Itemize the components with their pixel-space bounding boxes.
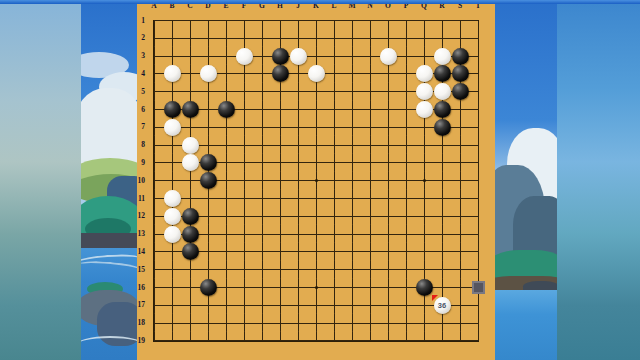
intersection-F15[interactable] xyxy=(235,261,253,279)
intersection-A6[interactable] xyxy=(145,101,163,119)
intersection-M8[interactable] xyxy=(343,136,361,154)
intersection-A3[interactable] xyxy=(145,47,163,65)
intersection-R16[interactable] xyxy=(433,279,451,297)
intersection-O12[interactable] xyxy=(379,207,397,225)
intersection-J4[interactable] xyxy=(289,65,307,83)
intersection-D18[interactable] xyxy=(199,314,217,332)
intersection-K17[interactable] xyxy=(307,296,325,314)
intersection-S2[interactable] xyxy=(451,29,469,47)
intersection-Q13[interactable] xyxy=(415,225,433,243)
intersection-Q18[interactable] xyxy=(415,314,433,332)
intersection-S9[interactable] xyxy=(451,154,469,172)
intersection-L11[interactable] xyxy=(325,190,343,208)
intersection-P9[interactable] xyxy=(397,154,415,172)
intersection-T14[interactable] xyxy=(469,243,487,261)
intersection-T5[interactable] xyxy=(469,83,487,101)
intersection-O7[interactable] xyxy=(379,118,397,136)
intersection-T18[interactable] xyxy=(469,314,487,332)
intersection-A2[interactable] xyxy=(145,29,163,47)
intersection-C10[interactable] xyxy=(181,172,199,190)
intersection-G5[interactable] xyxy=(253,83,271,101)
intersection-G19[interactable] xyxy=(253,332,271,350)
intersection-S12[interactable] xyxy=(451,207,469,225)
intersection-E10[interactable] xyxy=(217,172,235,190)
intersection-L13[interactable] xyxy=(325,225,343,243)
intersection-E3[interactable] xyxy=(217,47,235,65)
intersection-J16[interactable] xyxy=(289,279,307,297)
intersection-H6[interactable] xyxy=(271,101,289,119)
intersection-J2[interactable] xyxy=(289,29,307,47)
intersection-R4[interactable] xyxy=(433,65,451,83)
intersection-K15[interactable] xyxy=(307,261,325,279)
intersection-Q9[interactable] xyxy=(415,154,433,172)
intersection-F2[interactable] xyxy=(235,29,253,47)
intersection-L6[interactable] xyxy=(325,101,343,119)
intersection-E7[interactable] xyxy=(217,118,235,136)
intersection-H4[interactable] xyxy=(271,65,289,83)
intersection-H17[interactable] xyxy=(271,296,289,314)
intersection-H12[interactable] xyxy=(271,207,289,225)
intersection-G10[interactable] xyxy=(253,172,271,190)
intersection-H11[interactable] xyxy=(271,190,289,208)
intersection-J7[interactable] xyxy=(289,118,307,136)
intersection-N7[interactable] xyxy=(361,118,379,136)
intersection-P11[interactable] xyxy=(397,190,415,208)
intersection-D16[interactable] xyxy=(199,279,217,297)
intersection-B6[interactable] xyxy=(163,101,181,119)
intersection-R8[interactable] xyxy=(433,136,451,154)
intersection-F12[interactable] xyxy=(235,207,253,225)
intersection-C17[interactable] xyxy=(181,296,199,314)
intersection-C7[interactable] xyxy=(181,118,199,136)
intersection-R17[interactable]: 36 xyxy=(433,296,451,314)
intersection-O17[interactable] xyxy=(379,296,397,314)
intersection-G2[interactable] xyxy=(253,29,271,47)
intersection-D5[interactable] xyxy=(199,83,217,101)
intersection-A10[interactable] xyxy=(145,172,163,190)
intersection-D10[interactable] xyxy=(199,172,217,190)
intersection-J13[interactable] xyxy=(289,225,307,243)
intersection-F6[interactable] xyxy=(235,101,253,119)
intersection-D14[interactable] xyxy=(199,243,217,261)
intersection-N15[interactable] xyxy=(361,261,379,279)
intersection-Q4[interactable] xyxy=(415,65,433,83)
intersection-M19[interactable] xyxy=(343,332,361,350)
intersection-J5[interactable] xyxy=(289,83,307,101)
intersection-L10[interactable] xyxy=(325,172,343,190)
intersection-Q3[interactable] xyxy=(415,47,433,65)
intersection-K19[interactable] xyxy=(307,332,325,350)
intersection-C1[interactable] xyxy=(181,12,199,30)
intersection-Q19[interactable] xyxy=(415,332,433,350)
intersection-T6[interactable] xyxy=(469,101,487,119)
intersection-J1[interactable] xyxy=(289,12,307,30)
intersection-E2[interactable] xyxy=(217,29,235,47)
intersection-T2[interactable] xyxy=(469,29,487,47)
intersection-L8[interactable] xyxy=(325,136,343,154)
intersection-J9[interactable] xyxy=(289,154,307,172)
intersection-E9[interactable] xyxy=(217,154,235,172)
intersection-D13[interactable] xyxy=(199,225,217,243)
intersection-S19[interactable] xyxy=(451,332,469,350)
intersection-O16[interactable] xyxy=(379,279,397,297)
intersection-O10[interactable] xyxy=(379,172,397,190)
intersection-C4[interactable] xyxy=(181,65,199,83)
intersection-N5[interactable] xyxy=(361,83,379,101)
intersection-S17[interactable] xyxy=(451,296,469,314)
intersection-C8[interactable] xyxy=(181,136,199,154)
intersection-C3[interactable] xyxy=(181,47,199,65)
intersection-L16[interactable] xyxy=(325,279,343,297)
intersection-O19[interactable] xyxy=(379,332,397,350)
intersection-P2[interactable] xyxy=(397,29,415,47)
intersection-G9[interactable] xyxy=(253,154,271,172)
intersection-E14[interactable] xyxy=(217,243,235,261)
intersection-E5[interactable] xyxy=(217,83,235,101)
intersection-A13[interactable] xyxy=(145,225,163,243)
intersection-Q8[interactable] xyxy=(415,136,433,154)
intersection-L1[interactable] xyxy=(325,12,343,30)
intersection-R10[interactable] xyxy=(433,172,451,190)
intersection-P14[interactable] xyxy=(397,243,415,261)
intersection-A18[interactable] xyxy=(145,314,163,332)
intersection-N19[interactable] xyxy=(361,332,379,350)
intersection-B13[interactable] xyxy=(163,225,181,243)
intersection-R15[interactable] xyxy=(433,261,451,279)
intersection-C11[interactable] xyxy=(181,190,199,208)
intersection-C2[interactable] xyxy=(181,29,199,47)
intersection-C15[interactable] xyxy=(181,261,199,279)
intersection-L15[interactable] xyxy=(325,261,343,279)
intersection-N6[interactable] xyxy=(361,101,379,119)
intersection-G6[interactable] xyxy=(253,101,271,119)
intersection-B15[interactable] xyxy=(163,261,181,279)
intersection-D15[interactable] xyxy=(199,261,217,279)
intersection-L3[interactable] xyxy=(325,47,343,65)
intersection-P17[interactable] xyxy=(397,296,415,314)
intersection-Q16[interactable] xyxy=(415,279,433,297)
intersection-F13[interactable] xyxy=(235,225,253,243)
intersection-S13[interactable] xyxy=(451,225,469,243)
intersection-P7[interactable] xyxy=(397,118,415,136)
intersection-A15[interactable] xyxy=(145,261,163,279)
intersection-C16[interactable] xyxy=(181,279,199,297)
intersection-C5[interactable] xyxy=(181,83,199,101)
intersection-A4[interactable] xyxy=(145,65,163,83)
intersection-L17[interactable] xyxy=(325,296,343,314)
intersection-M18[interactable] xyxy=(343,314,361,332)
intersection-K3[interactable] xyxy=(307,47,325,65)
intersection-H3[interactable] xyxy=(271,47,289,65)
intersection-B2[interactable] xyxy=(163,29,181,47)
intersection-B19[interactable] xyxy=(163,332,181,350)
intersection-G7[interactable] xyxy=(253,118,271,136)
intersection-T19[interactable] xyxy=(469,332,487,350)
intersection-D4[interactable] xyxy=(199,65,217,83)
intersection-N12[interactable] xyxy=(361,207,379,225)
intersection-S14[interactable] xyxy=(451,243,469,261)
intersection-P19[interactable] xyxy=(397,332,415,350)
intersection-P12[interactable] xyxy=(397,207,415,225)
intersection-K4[interactable] xyxy=(307,65,325,83)
intersection-D7[interactable] xyxy=(199,118,217,136)
intersection-G16[interactable] xyxy=(253,279,271,297)
intersection-G18[interactable] xyxy=(253,314,271,332)
intersection-J6[interactable] xyxy=(289,101,307,119)
intersection-G4[interactable] xyxy=(253,65,271,83)
intersection-N4[interactable] xyxy=(361,65,379,83)
intersection-D11[interactable] xyxy=(199,190,217,208)
intersection-E15[interactable] xyxy=(217,261,235,279)
intersection-O11[interactable] xyxy=(379,190,397,208)
intersection-S15[interactable] xyxy=(451,261,469,279)
intersection-P3[interactable] xyxy=(397,47,415,65)
intersection-J18[interactable] xyxy=(289,314,307,332)
intersection-R7[interactable] xyxy=(433,118,451,136)
intersection-B17[interactable] xyxy=(163,296,181,314)
intersection-H15[interactable] xyxy=(271,261,289,279)
intersection-T11[interactable] xyxy=(469,190,487,208)
intersection-N9[interactable] xyxy=(361,154,379,172)
intersection-A16[interactable] xyxy=(145,279,163,297)
intersection-B4[interactable] xyxy=(163,65,181,83)
intersection-H5[interactable] xyxy=(271,83,289,101)
intersection-F5[interactable] xyxy=(235,83,253,101)
intersection-B1[interactable] xyxy=(163,12,181,30)
intersection-O8[interactable] xyxy=(379,136,397,154)
intersection-F16[interactable] xyxy=(235,279,253,297)
intersection-E8[interactable] xyxy=(217,136,235,154)
intersection-H7[interactable] xyxy=(271,118,289,136)
intersection-M2[interactable] xyxy=(343,29,361,47)
intersection-S8[interactable] xyxy=(451,136,469,154)
intersection-D6[interactable] xyxy=(199,101,217,119)
intersection-L5[interactable] xyxy=(325,83,343,101)
intersection-D19[interactable] xyxy=(199,332,217,350)
intersection-L7[interactable] xyxy=(325,118,343,136)
intersection-M15[interactable] xyxy=(343,261,361,279)
intersection-O9[interactable] xyxy=(379,154,397,172)
intersection-H18[interactable] xyxy=(271,314,289,332)
intersection-C18[interactable] xyxy=(181,314,199,332)
intersection-K12[interactable] xyxy=(307,207,325,225)
intersection-P18[interactable] xyxy=(397,314,415,332)
intersection-F17[interactable] xyxy=(235,296,253,314)
intersection-N10[interactable] xyxy=(361,172,379,190)
intersection-G8[interactable] xyxy=(253,136,271,154)
intersection-M3[interactable] xyxy=(343,47,361,65)
intersection-D3[interactable] xyxy=(199,47,217,65)
intersection-R3[interactable] xyxy=(433,47,451,65)
intersection-N2[interactable] xyxy=(361,29,379,47)
intersection-F8[interactable] xyxy=(235,136,253,154)
intersection-E11[interactable] xyxy=(217,190,235,208)
intersection-A14[interactable] xyxy=(145,243,163,261)
intersection-B10[interactable] xyxy=(163,172,181,190)
intersection-T3[interactable] xyxy=(469,47,487,65)
intersection-A1[interactable] xyxy=(145,12,163,30)
intersection-K7[interactable] xyxy=(307,118,325,136)
intersection-P8[interactable] xyxy=(397,136,415,154)
intersection-K1[interactable] xyxy=(307,12,325,30)
intersection-F11[interactable] xyxy=(235,190,253,208)
intersection-P1[interactable] xyxy=(397,12,415,30)
intersection-A7[interactable] xyxy=(145,118,163,136)
intersection-O1[interactable] xyxy=(379,12,397,30)
intersection-B5[interactable] xyxy=(163,83,181,101)
intersection-M16[interactable] xyxy=(343,279,361,297)
intersection-Q1[interactable] xyxy=(415,12,433,30)
intersection-E12[interactable] xyxy=(217,207,235,225)
intersection-K10[interactable] xyxy=(307,172,325,190)
intersection-L14[interactable] xyxy=(325,243,343,261)
intersection-T10[interactable] xyxy=(469,172,487,190)
intersection-T13[interactable] xyxy=(469,225,487,243)
intersection-R12[interactable] xyxy=(433,207,451,225)
intersection-B16[interactable] xyxy=(163,279,181,297)
intersection-O3[interactable] xyxy=(379,47,397,65)
intersection-C13[interactable] xyxy=(181,225,199,243)
intersection-F3[interactable] xyxy=(235,47,253,65)
intersection-M17[interactable] xyxy=(343,296,361,314)
intersection-B18[interactable] xyxy=(163,314,181,332)
intersection-N8[interactable] xyxy=(361,136,379,154)
intersection-A5[interactable] xyxy=(145,83,163,101)
intersection-S4[interactable] xyxy=(451,65,469,83)
intersection-S16[interactable] xyxy=(451,279,469,297)
intersection-Q7[interactable] xyxy=(415,118,433,136)
intersection-R18[interactable] xyxy=(433,314,451,332)
intersection-A19[interactable] xyxy=(145,332,163,350)
intersection-T4[interactable] xyxy=(469,65,487,83)
intersection-E19[interactable] xyxy=(217,332,235,350)
intersection-K11[interactable] xyxy=(307,190,325,208)
intersection-S11[interactable] xyxy=(451,190,469,208)
intersection-R1[interactable] xyxy=(433,12,451,30)
intersection-K13[interactable] xyxy=(307,225,325,243)
intersection-L4[interactable] xyxy=(325,65,343,83)
intersection-B11[interactable] xyxy=(163,190,181,208)
intersection-R6[interactable] xyxy=(433,101,451,119)
intersection-T15[interactable] xyxy=(469,261,487,279)
intersection-N16[interactable] xyxy=(361,279,379,297)
intersection-O6[interactable] xyxy=(379,101,397,119)
intersection-M12[interactable] xyxy=(343,207,361,225)
intersection-Q11[interactable] xyxy=(415,190,433,208)
intersection-B7[interactable] xyxy=(163,118,181,136)
intersection-R9[interactable] xyxy=(433,154,451,172)
intersection-B3[interactable] xyxy=(163,47,181,65)
intersection-S10[interactable] xyxy=(451,172,469,190)
intersection-C14[interactable] xyxy=(181,243,199,261)
intersection-K8[interactable] xyxy=(307,136,325,154)
intersection-N13[interactable] xyxy=(361,225,379,243)
intersection-S5[interactable] xyxy=(451,83,469,101)
intersection-E18[interactable] xyxy=(217,314,235,332)
intersection-B14[interactable] xyxy=(163,243,181,261)
intersection-A11[interactable] xyxy=(145,190,163,208)
intersection-C9[interactable] xyxy=(181,154,199,172)
intersection-T17[interactable] xyxy=(469,296,487,314)
intersection-H9[interactable] xyxy=(271,154,289,172)
intersection-P5[interactable] xyxy=(397,83,415,101)
intersection-H2[interactable] xyxy=(271,29,289,47)
intersection-E16[interactable] xyxy=(217,279,235,297)
intersection-K18[interactable] xyxy=(307,314,325,332)
intersection-D8[interactable] xyxy=(199,136,217,154)
intersection-J19[interactable] xyxy=(289,332,307,350)
intersection-E1[interactable] xyxy=(217,12,235,30)
intersection-N3[interactable] xyxy=(361,47,379,65)
intersection-R5[interactable] xyxy=(433,83,451,101)
intersection-D17[interactable] xyxy=(199,296,217,314)
intersection-O2[interactable] xyxy=(379,29,397,47)
intersection-R14[interactable] xyxy=(433,243,451,261)
intersection-G3[interactable] xyxy=(253,47,271,65)
intersection-G13[interactable] xyxy=(253,225,271,243)
intersection-S3[interactable] xyxy=(451,47,469,65)
intersection-B8[interactable] xyxy=(163,136,181,154)
intersection-G11[interactable] xyxy=(253,190,271,208)
intersection-D1[interactable] xyxy=(199,12,217,30)
intersection-K14[interactable] xyxy=(307,243,325,261)
intersection-A8[interactable] xyxy=(145,136,163,154)
intersection-P10[interactable] xyxy=(397,172,415,190)
intersection-G1[interactable] xyxy=(253,12,271,30)
intersection-A17[interactable] xyxy=(145,296,163,314)
intersection-C19[interactable] xyxy=(181,332,199,350)
intersection-Q10[interactable] xyxy=(415,172,433,190)
intersection-M5[interactable] xyxy=(343,83,361,101)
intersection-E4[interactable] xyxy=(217,65,235,83)
intersection-K16[interactable] xyxy=(307,279,325,297)
intersection-F1[interactable] xyxy=(235,12,253,30)
intersection-M10[interactable] xyxy=(343,172,361,190)
intersection-N14[interactable] xyxy=(361,243,379,261)
intersection-L2[interactable] xyxy=(325,29,343,47)
intersection-O15[interactable] xyxy=(379,261,397,279)
intersection-Q14[interactable] xyxy=(415,243,433,261)
intersection-N11[interactable] xyxy=(361,190,379,208)
intersection-D12[interactable] xyxy=(199,207,217,225)
intersection-K6[interactable] xyxy=(307,101,325,119)
intersection-H8[interactable] xyxy=(271,136,289,154)
intersection-O14[interactable] xyxy=(379,243,397,261)
intersection-D2[interactable] xyxy=(199,29,217,47)
intersection-R2[interactable] xyxy=(433,29,451,47)
intersection-G17[interactable] xyxy=(253,296,271,314)
intersection-Q15[interactable] xyxy=(415,261,433,279)
intersection-Q5[interactable] xyxy=(415,83,433,101)
intersection-Q6[interactable] xyxy=(415,101,433,119)
intersection-J3[interactable] xyxy=(289,47,307,65)
intersection-R13[interactable] xyxy=(433,225,451,243)
intersection-F19[interactable] xyxy=(235,332,253,350)
intersection-T8[interactable] xyxy=(469,136,487,154)
intersection-H16[interactable] xyxy=(271,279,289,297)
intersection-N18[interactable] xyxy=(361,314,379,332)
intersection-F7[interactable] xyxy=(235,118,253,136)
intersection-H10[interactable] xyxy=(271,172,289,190)
intersection-M9[interactable] xyxy=(343,154,361,172)
intersection-T9[interactable] xyxy=(469,154,487,172)
intersection-P6[interactable] xyxy=(397,101,415,119)
intersection-M13[interactable] xyxy=(343,225,361,243)
intersection-K5[interactable] xyxy=(307,83,325,101)
intersection-H14[interactable] xyxy=(271,243,289,261)
intersection-O4[interactable] xyxy=(379,65,397,83)
intersection-S7[interactable] xyxy=(451,118,469,136)
